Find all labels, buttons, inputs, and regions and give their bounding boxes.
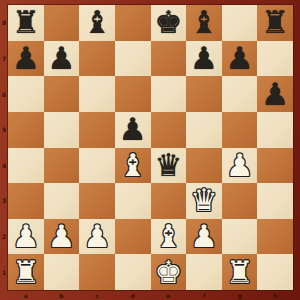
square-f4[interactable] xyxy=(186,148,222,184)
square-e7[interactable] xyxy=(151,41,187,77)
square-c4[interactable] xyxy=(79,148,115,184)
square-g1[interactable]: ♜ xyxy=(222,254,258,290)
square-h5[interactable] xyxy=(257,112,293,148)
square-e6[interactable] xyxy=(151,76,187,112)
square-f1[interactable] xyxy=(186,254,222,290)
rank-label: 2 xyxy=(0,219,8,255)
white-pawn[interactable]: ♟ xyxy=(44,219,80,255)
rank-label: 6 xyxy=(0,76,8,112)
rank-label: 7 xyxy=(0,41,8,77)
square-h7[interactable] xyxy=(257,41,293,77)
square-b4[interactable] xyxy=(44,148,80,184)
square-c7[interactable] xyxy=(79,41,115,77)
square-c5[interactable] xyxy=(79,112,115,148)
square-g5[interactable] xyxy=(222,112,258,148)
square-a2[interactable]: ♟ xyxy=(8,219,44,255)
square-d5[interactable]: ♟ xyxy=(115,112,151,148)
chess-board: ♜♝♚♝♜♟♟♟♟♟♟♝♛♟♛♟♟♟♝♟♜♚♜ xyxy=(8,5,293,290)
square-a8[interactable]: ♜ xyxy=(8,5,44,41)
square-a5[interactable] xyxy=(8,112,44,148)
file-labels: abcdefgh xyxy=(8,290,293,300)
file-label: a xyxy=(8,290,44,300)
board-frame: ♜♝♚♝♜♟♟♟♟♟♟♝♛♟♛♟♟♟♝♟♜♚♜ 87654321 abcdefg… xyxy=(0,0,300,300)
white-bishop[interactable]: ♝ xyxy=(115,148,151,184)
square-b3[interactable] xyxy=(44,183,80,219)
square-d3[interactable] xyxy=(115,183,151,219)
black-pawn[interactable]: ♟ xyxy=(257,76,293,112)
white-pawn[interactable]: ♟ xyxy=(186,219,222,255)
file-label: c xyxy=(79,290,115,300)
square-e4[interactable]: ♛ xyxy=(151,148,187,184)
white-pawn[interactable]: ♟ xyxy=(79,219,115,255)
black-king[interactable]: ♚ xyxy=(151,5,187,41)
rank-label: 3 xyxy=(0,183,8,219)
square-d2[interactable] xyxy=(115,219,151,255)
square-h3[interactable] xyxy=(257,183,293,219)
black-rook[interactable]: ♜ xyxy=(8,5,44,41)
square-h4[interactable] xyxy=(257,148,293,184)
square-g8[interactable] xyxy=(222,5,258,41)
black-pawn[interactable]: ♟ xyxy=(222,41,258,77)
black-bishop[interactable]: ♝ xyxy=(186,5,222,41)
rank-label: 1 xyxy=(0,254,8,290)
square-a6[interactable] xyxy=(8,76,44,112)
square-h1[interactable] xyxy=(257,254,293,290)
square-g4[interactable]: ♟ xyxy=(222,148,258,184)
square-e8[interactable]: ♚ xyxy=(151,5,187,41)
square-g6[interactable] xyxy=(222,76,258,112)
square-c6[interactable] xyxy=(79,76,115,112)
square-h2[interactable] xyxy=(257,219,293,255)
square-b6[interactable] xyxy=(44,76,80,112)
black-pawn[interactable]: ♟ xyxy=(8,41,44,77)
black-rook[interactable]: ♜ xyxy=(257,5,293,41)
white-rook[interactable]: ♜ xyxy=(222,254,258,290)
square-f2[interactable]: ♟ xyxy=(186,219,222,255)
white-bishop[interactable]: ♝ xyxy=(151,219,187,255)
file-label: d xyxy=(115,290,151,300)
white-queen[interactable]: ♛ xyxy=(186,183,222,219)
rank-label: 4 xyxy=(0,148,8,184)
square-d4[interactable]: ♝ xyxy=(115,148,151,184)
white-rook[interactable]: ♜ xyxy=(8,254,44,290)
square-f6[interactable] xyxy=(186,76,222,112)
square-e3[interactable] xyxy=(151,183,187,219)
square-d7[interactable] xyxy=(115,41,151,77)
file-label: g xyxy=(222,290,258,300)
square-h8[interactable]: ♜ xyxy=(257,5,293,41)
square-d1[interactable] xyxy=(115,254,151,290)
square-b8[interactable] xyxy=(44,5,80,41)
square-b5[interactable] xyxy=(44,112,80,148)
square-a7[interactable]: ♟ xyxy=(8,41,44,77)
square-h6[interactable]: ♟ xyxy=(257,76,293,112)
white-king[interactable]: ♚ xyxy=(151,254,187,290)
black-pawn[interactable]: ♟ xyxy=(115,112,151,148)
square-d8[interactable] xyxy=(115,5,151,41)
square-a4[interactable] xyxy=(8,148,44,184)
square-e5[interactable] xyxy=(151,112,187,148)
square-c1[interactable] xyxy=(79,254,115,290)
file-label: f xyxy=(186,290,222,300)
rank-label: 8 xyxy=(0,5,8,41)
square-g7[interactable]: ♟ xyxy=(222,41,258,77)
square-f5[interactable] xyxy=(186,112,222,148)
black-queen[interactable]: ♛ xyxy=(151,148,187,184)
square-f7[interactable]: ♟ xyxy=(186,41,222,77)
square-b2[interactable]: ♟ xyxy=(44,219,80,255)
square-f3[interactable]: ♛ xyxy=(186,183,222,219)
square-c8[interactable]: ♝ xyxy=(79,5,115,41)
square-g3[interactable] xyxy=(222,183,258,219)
square-e1[interactable]: ♚ xyxy=(151,254,187,290)
file-label: b xyxy=(44,290,80,300)
square-c3[interactable] xyxy=(79,183,115,219)
file-label: h xyxy=(257,290,293,300)
square-e2[interactable]: ♝ xyxy=(151,219,187,255)
white-pawn[interactable]: ♟ xyxy=(8,219,44,255)
rank-labels: 87654321 xyxy=(0,5,8,290)
square-a1[interactable]: ♜ xyxy=(8,254,44,290)
file-label: e xyxy=(151,290,187,300)
black-pawn[interactable]: ♟ xyxy=(44,41,80,77)
square-g2[interactable] xyxy=(222,219,258,255)
square-b1[interactable] xyxy=(44,254,80,290)
black-bishop[interactable]: ♝ xyxy=(79,5,115,41)
white-pawn[interactable]: ♟ xyxy=(222,148,258,184)
square-c2[interactable]: ♟ xyxy=(79,219,115,255)
black-pawn[interactable]: ♟ xyxy=(186,41,222,77)
rank-label: 5 xyxy=(0,112,8,148)
square-a3[interactable] xyxy=(8,183,44,219)
square-f8[interactable]: ♝ xyxy=(186,5,222,41)
square-b7[interactable]: ♟ xyxy=(44,41,80,77)
square-d6[interactable] xyxy=(115,76,151,112)
